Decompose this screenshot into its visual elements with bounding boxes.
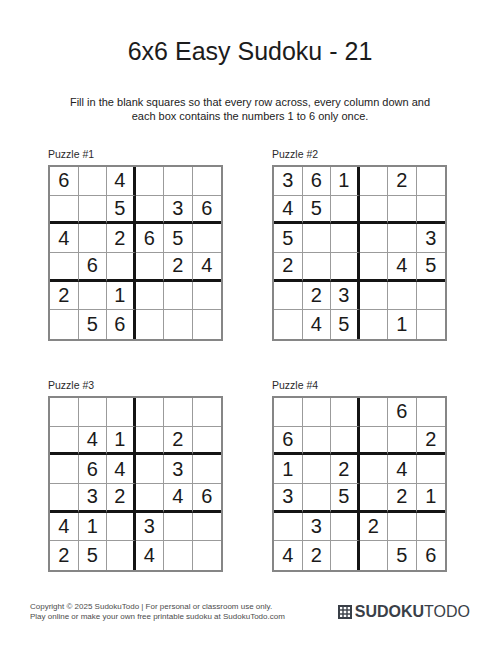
footer-copyright-line-2: Play online or make your own free printa… bbox=[30, 612, 285, 622]
puzzle-2-cell-r4c6[interactable]: 5 bbox=[417, 253, 446, 282]
puzzle-3-cell-r3c1[interactable] bbox=[50, 455, 79, 484]
puzzle-4-cell-r2c2[interactable] bbox=[303, 427, 332, 456]
puzzle-4-cell-r2c5[interactable] bbox=[388, 427, 417, 456]
puzzle-2-cell-r2c1[interactable]: 4 bbox=[274, 196, 303, 225]
puzzle-3-grid: 4126433246413254 bbox=[48, 396, 223, 572]
puzzle-2-cell-r5c2[interactable]: 2 bbox=[303, 282, 332, 311]
puzzle-4-cell-r1c6[interactable] bbox=[417, 398, 446, 427]
puzzle-2-cell-r4c2[interactable] bbox=[303, 253, 332, 282]
puzzle-3-cell-r2c2[interactable]: 4 bbox=[79, 427, 108, 456]
puzzle-3-cell-r3c3[interactable]: 4 bbox=[107, 455, 136, 484]
puzzle-2-cell-r5c6[interactable] bbox=[417, 282, 446, 311]
puzzle-4-cell-r3c1[interactable]: 1 bbox=[274, 455, 303, 484]
puzzle-3-cell-r6c1[interactable]: 2 bbox=[50, 541, 79, 570]
puzzle-area: Puzzle #1 6453642656242156 Puzzle #2 361… bbox=[0, 148, 500, 572]
puzzle-1-cell-r3c2[interactable] bbox=[79, 224, 108, 253]
logo-text-light: TODO bbox=[424, 603, 470, 620]
puzzle-4-cell-r2c1[interactable]: 6 bbox=[274, 427, 303, 456]
puzzle-4-cell-r1c3[interactable] bbox=[331, 398, 360, 427]
puzzle-3-cell-r6c6[interactable] bbox=[193, 541, 222, 570]
puzzle-2-cell-r4c3[interactable] bbox=[331, 253, 360, 282]
puzzle-3-cell-r1c4[interactable] bbox=[136, 398, 165, 427]
puzzle-3-cell-r6c5[interactable] bbox=[164, 541, 193, 570]
puzzle-2-cell-r2c4[interactable] bbox=[360, 196, 389, 225]
puzzle-2-cell-r1c6[interactable] bbox=[417, 167, 446, 196]
puzzle-3-cell-r5c2[interactable]: 1 bbox=[79, 513, 108, 542]
puzzle-1-cell-r1c4[interactable] bbox=[136, 167, 165, 196]
puzzle-2-cell-r3c6[interactable]: 3 bbox=[417, 224, 446, 253]
puzzle-2-cell-r3c1[interactable]: 5 bbox=[274, 224, 303, 253]
puzzle-4-cell-r6c1[interactable]: 4 bbox=[274, 541, 303, 570]
puzzle-1-cell-r2c2[interactable] bbox=[79, 196, 108, 225]
puzzle-2-cell-r6c3[interactable]: 5 bbox=[331, 310, 360, 339]
puzzle-2-cell-r3c5[interactable] bbox=[388, 224, 417, 253]
puzzle-2-cell-r6c5[interactable]: 1 bbox=[388, 310, 417, 339]
puzzle-3-cell-r2c4[interactable] bbox=[136, 427, 165, 456]
puzzle-2-cell-r6c1[interactable] bbox=[274, 310, 303, 339]
puzzle-2-cell-r1c3[interactable]: 1 bbox=[331, 167, 360, 196]
logo-text-bold: SUDOKU bbox=[355, 603, 424, 620]
puzzle-3-cell-r1c1[interactable] bbox=[50, 398, 79, 427]
footer-copyright-line-1: Copyright © 2025 SudokuTodo | For person… bbox=[30, 602, 285, 612]
puzzle-2-cell-r2c5[interactable] bbox=[388, 196, 417, 225]
puzzle-4-cell-r6c4[interactable] bbox=[360, 541, 389, 570]
puzzle-4-cell-r5c4[interactable]: 2 bbox=[360, 513, 389, 542]
puzzle-1-cell-r2c6[interactable]: 6 bbox=[193, 196, 222, 225]
puzzle-2-cell-r6c6[interactable] bbox=[417, 310, 446, 339]
puzzle-1-label: Puzzle #1 bbox=[48, 148, 223, 161]
puzzle-1-cell-r4c3[interactable] bbox=[107, 253, 136, 282]
puzzle-1-cell-r2c5[interactable]: 3 bbox=[164, 196, 193, 225]
puzzle-1-cell-r3c1[interactable]: 4 bbox=[50, 224, 79, 253]
puzzle-2-grid: 3612455324523451 bbox=[272, 165, 447, 341]
puzzle-1-cell-r5c2[interactable] bbox=[79, 282, 108, 311]
puzzle-1-cell-r5c3[interactable]: 1 bbox=[107, 282, 136, 311]
puzzle-3-cell-r3c2[interactable]: 6 bbox=[79, 455, 108, 484]
puzzle-4-cell-r1c5[interactable]: 6 bbox=[388, 398, 417, 427]
puzzle-4-cell-r1c1[interactable] bbox=[274, 398, 303, 427]
puzzle-2-cell-r2c3[interactable] bbox=[331, 196, 360, 225]
puzzle-4-cell-r4c3[interactable]: 5 bbox=[331, 484, 360, 513]
puzzle-1-cell-r4c2[interactable]: 6 bbox=[79, 253, 108, 282]
puzzle-3-cell-r5c1[interactable]: 4 bbox=[50, 513, 79, 542]
puzzle-4-label: Puzzle #4 bbox=[272, 379, 447, 392]
puzzle-4-cell-r4c6[interactable]: 1 bbox=[417, 484, 446, 513]
puzzle-2-cell-r1c4[interactable] bbox=[360, 167, 389, 196]
logo-text: SUDOKUTODO bbox=[355, 603, 470, 621]
puzzle-1: Puzzle #1 6453642656242156 bbox=[48, 148, 223, 341]
puzzle-1-cell-r3c5[interactable]: 5 bbox=[164, 224, 193, 253]
puzzle-3-cell-r1c3[interactable] bbox=[107, 398, 136, 427]
puzzle-3-cell-r3c4[interactable] bbox=[136, 455, 165, 484]
puzzle-3-cell-r4c1[interactable] bbox=[50, 484, 79, 513]
puzzle-1-cell-r4c1[interactable] bbox=[50, 253, 79, 282]
puzzle-4-cell-r4c2[interactable] bbox=[303, 484, 332, 513]
puzzle-3-cell-r5c3[interactable] bbox=[107, 513, 136, 542]
puzzle-4-cell-r1c2[interactable] bbox=[303, 398, 332, 427]
puzzle-4-cell-r4c4[interactable] bbox=[360, 484, 389, 513]
puzzle-1-cell-r6c1[interactable] bbox=[50, 310, 79, 339]
puzzle-1-cell-r5c6[interactable] bbox=[193, 282, 222, 311]
sudoku-grid-icon bbox=[338, 605, 352, 619]
puzzle-3-cell-r1c6[interactable] bbox=[193, 398, 222, 427]
puzzle-1-cell-r3c3[interactable]: 2 bbox=[107, 224, 136, 253]
puzzle-4-cell-r3c4[interactable] bbox=[360, 455, 389, 484]
puzzle-1-cell-r6c4[interactable] bbox=[136, 310, 165, 339]
puzzle-1-cell-r1c2[interactable] bbox=[79, 167, 108, 196]
puzzle-4-cell-r2c4[interactable] bbox=[360, 427, 389, 456]
footer: Copyright © 2025 SudokuTodo | For person… bbox=[30, 602, 470, 622]
puzzle-2-cell-r6c2[interactable]: 4 bbox=[303, 310, 332, 339]
puzzle-3-cell-r2c3[interactable]: 1 bbox=[107, 427, 136, 456]
puzzle-3-cell-r4c3[interactable]: 2 bbox=[107, 484, 136, 513]
puzzle-4: Puzzle #4 6621243521324256 bbox=[272, 379, 447, 572]
puzzle-2-cell-r2c2[interactable]: 5 bbox=[303, 196, 332, 225]
puzzle-3-cell-r5c4[interactable]: 3 bbox=[136, 513, 165, 542]
puzzle-1-cell-r2c4[interactable] bbox=[136, 196, 165, 225]
puzzle-4-cell-r1c4[interactable] bbox=[360, 398, 389, 427]
puzzle-3-cell-r4c2[interactable]: 3 bbox=[79, 484, 108, 513]
puzzle-2-cell-r2c6[interactable] bbox=[417, 196, 446, 225]
puzzle-1-cell-r4c5[interactable]: 2 bbox=[164, 253, 193, 282]
puzzle-3-cell-r4c5[interactable]: 4 bbox=[164, 484, 193, 513]
puzzle-4-cell-r5c6[interactable] bbox=[417, 513, 446, 542]
puzzle-3-cell-r5c6[interactable] bbox=[193, 513, 222, 542]
puzzle-3-label: Puzzle #3 bbox=[48, 379, 223, 392]
puzzle-1-cell-r4c6[interactable]: 4 bbox=[193, 253, 222, 282]
puzzle-3-cell-r2c6[interactable] bbox=[193, 427, 222, 456]
puzzle-4-cell-r5c3[interactable] bbox=[331, 513, 360, 542]
puzzle-3-cell-r1c2[interactable] bbox=[79, 398, 108, 427]
puzzle-4-cell-r4c5[interactable]: 2 bbox=[388, 484, 417, 513]
puzzle-2-cell-r3c4[interactable] bbox=[360, 224, 389, 253]
puzzle-4-cell-r5c2[interactable]: 3 bbox=[303, 513, 332, 542]
puzzle-2-cell-r4c5[interactable]: 4 bbox=[388, 253, 417, 282]
puzzle-2-cell-r5c4[interactable] bbox=[360, 282, 389, 311]
puzzle-2-cell-r1c2[interactable]: 6 bbox=[303, 167, 332, 196]
puzzle-1-cell-r5c1[interactable]: 2 bbox=[50, 282, 79, 311]
puzzle-4-cell-r6c3[interactable] bbox=[331, 541, 360, 570]
puzzle-4-cell-r6c5[interactable]: 5 bbox=[388, 541, 417, 570]
puzzle-2: Puzzle #2 3612455324523451 bbox=[272, 148, 447, 341]
puzzle-1-cell-r1c1[interactable]: 6 bbox=[50, 167, 79, 196]
puzzle-2-label: Puzzle #2 bbox=[272, 148, 447, 161]
puzzle-4-cell-r3c5[interactable]: 4 bbox=[388, 455, 417, 484]
puzzle-2-cell-r5c5[interactable] bbox=[388, 282, 417, 311]
puzzle-4-cell-r6c6[interactable]: 6 bbox=[417, 541, 446, 570]
puzzle-2-cell-r3c3[interactable] bbox=[331, 224, 360, 253]
puzzle-1-cell-r2c1[interactable] bbox=[50, 196, 79, 225]
puzzle-2-cell-r5c1[interactable] bbox=[274, 282, 303, 311]
puzzle-1-cell-r3c6[interactable] bbox=[193, 224, 222, 253]
puzzle-3-cell-r4c6[interactable]: 6 bbox=[193, 484, 222, 513]
footer-copyright: Copyright © 2025 SudokuTodo | For person… bbox=[30, 602, 285, 622]
puzzle-3-cell-r6c2[interactable]: 5 bbox=[79, 541, 108, 570]
puzzle-2-cell-r6c4[interactable] bbox=[360, 310, 389, 339]
puzzle-1-cell-r1c3[interactable]: 4 bbox=[107, 167, 136, 196]
puzzle-2-cell-r3c2[interactable] bbox=[303, 224, 332, 253]
puzzle-1-cell-r1c5[interactable] bbox=[164, 167, 193, 196]
puzzle-1-cell-r6c6[interactable] bbox=[193, 310, 222, 339]
puzzle-4-cell-r3c2[interactable] bbox=[303, 455, 332, 484]
puzzle-2-cell-r5c3[interactable]: 3 bbox=[331, 282, 360, 311]
puzzle-4-cell-r4c1[interactable]: 3 bbox=[274, 484, 303, 513]
puzzle-3: Puzzle #3 4126433246413254 bbox=[48, 379, 223, 572]
instructions-line-1: Fill in the blank squares so that every … bbox=[0, 96, 500, 110]
puzzle-1-cell-r5c5[interactable] bbox=[164, 282, 193, 311]
puzzle-3-cell-r6c4[interactable]: 4 bbox=[136, 541, 165, 570]
puzzle-4-cell-r2c6[interactable]: 2 bbox=[417, 427, 446, 456]
puzzle-1-cell-r6c2[interactable]: 5 bbox=[79, 310, 108, 339]
puzzle-4-cell-r3c6[interactable] bbox=[417, 455, 446, 484]
puzzle-4-cell-r5c5[interactable] bbox=[388, 513, 417, 542]
puzzle-3-cell-r3c6[interactable] bbox=[193, 455, 222, 484]
puzzle-3-cell-r4c4[interactable] bbox=[136, 484, 165, 513]
sudokutodo-logo: SUDOKUTODO bbox=[338, 603, 470, 621]
instructions-line-2: each box contains the numbers 1 to 6 onl… bbox=[0, 110, 500, 124]
puzzle-4-cell-r5c1[interactable] bbox=[274, 513, 303, 542]
puzzle-1-cell-r6c3[interactable]: 6 bbox=[107, 310, 136, 339]
puzzle-1-grid: 6453642656242156 bbox=[48, 165, 223, 341]
puzzle-1-cell-r4c4[interactable] bbox=[136, 253, 165, 282]
puzzle-1-cell-r2c3[interactable]: 5 bbox=[107, 196, 136, 225]
page-title: 6x6 Easy Sudoku - 21 bbox=[0, 36, 500, 66]
puzzle-3-cell-r5c5[interactable] bbox=[164, 513, 193, 542]
puzzle-1-cell-r5c4[interactable] bbox=[136, 282, 165, 311]
puzzle-4-cell-r3c3[interactable]: 2 bbox=[331, 455, 360, 484]
puzzle-2-cell-r1c5[interactable]: 2 bbox=[388, 167, 417, 196]
puzzle-4-cell-r6c2[interactable]: 2 bbox=[303, 541, 332, 570]
puzzle-4-cell-r2c3[interactable] bbox=[331, 427, 360, 456]
puzzle-3-cell-r2c1[interactable] bbox=[50, 427, 79, 456]
puzzle-3-cell-r6c3[interactable] bbox=[107, 541, 136, 570]
puzzle-3-cell-r3c5[interactable]: 3 bbox=[164, 455, 193, 484]
instructions: Fill in the blank squares so that every … bbox=[0, 96, 500, 123]
puzzle-3-cell-r1c5[interactable] bbox=[164, 398, 193, 427]
puzzle-2-cell-r4c1[interactable]: 2 bbox=[274, 253, 303, 282]
puzzle-2-cell-r4c4[interactable] bbox=[360, 253, 389, 282]
puzzle-3-cell-r2c5[interactable]: 2 bbox=[164, 427, 193, 456]
puzzle-1-cell-r6c5[interactable] bbox=[164, 310, 193, 339]
puzzle-1-cell-r1c6[interactable] bbox=[193, 167, 222, 196]
puzzle-4-grid: 6621243521324256 bbox=[272, 396, 447, 572]
puzzle-1-cell-r3c4[interactable]: 6 bbox=[136, 224, 165, 253]
puzzle-2-cell-r1c1[interactable]: 3 bbox=[274, 167, 303, 196]
